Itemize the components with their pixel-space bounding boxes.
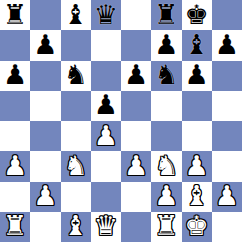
square-g6[interactable]: ♟: [182, 61, 212, 91]
square-h3[interactable]: [212, 151, 242, 181]
black-rook[interactable]: ♜: [3, 1, 27, 28]
square-d4[interactable]: ♟: [91, 121, 121, 151]
square-e5[interactable]: [121, 91, 151, 121]
square-g5[interactable]: [182, 91, 212, 121]
square-a1[interactable]: ♜: [0, 212, 30, 242]
white-pawn[interactable]: ♟: [94, 122, 118, 149]
white-queen[interactable]: ♛: [94, 212, 118, 239]
square-a6[interactable]: ♟: [0, 61, 30, 91]
square-f5[interactable]: [151, 91, 181, 121]
square-a7[interactable]: [0, 30, 30, 60]
square-h1[interactable]: [212, 212, 242, 242]
black-pawn[interactable]: ♟: [94, 91, 118, 118]
square-g7[interactable]: ♝: [182, 30, 212, 60]
white-pawn[interactable]: ♟: [185, 152, 209, 179]
white-rook[interactable]: ♜: [3, 212, 27, 239]
square-d1[interactable]: ♛: [91, 212, 121, 242]
black-knight[interactable]: ♞: [64, 61, 88, 88]
chess-board: ♜♝♛♜♚♟♟♝♟♟♞♟♞♟♟♟♟♞♟♞♟♟♟♝♟♜♝♛♜♚: [0, 0, 242, 242]
black-queen[interactable]: ♛: [94, 1, 118, 28]
square-a8[interactable]: ♜: [0, 0, 30, 30]
square-f2[interactable]: ♟: [151, 182, 181, 212]
black-rook[interactable]: ♜: [154, 1, 178, 28]
square-e3[interactable]: ♟: [121, 151, 151, 181]
black-pawn[interactable]: ♟: [124, 61, 148, 88]
square-h8[interactable]: [212, 0, 242, 30]
square-a3[interactable]: ♟: [0, 151, 30, 181]
square-f4[interactable]: [151, 121, 181, 151]
square-d7[interactable]: [91, 30, 121, 60]
square-h6[interactable]: [212, 61, 242, 91]
square-f3[interactable]: ♞: [151, 151, 181, 181]
white-rook[interactable]: ♜: [154, 212, 178, 239]
square-b8[interactable]: [30, 0, 60, 30]
square-a2[interactable]: [0, 182, 30, 212]
white-pawn[interactable]: ♟: [154, 182, 178, 209]
square-c5[interactable]: [61, 91, 91, 121]
square-b7[interactable]: ♟: [30, 30, 60, 60]
square-d6[interactable]: [91, 61, 121, 91]
square-f7[interactable]: ♟: [151, 30, 181, 60]
white-pawn[interactable]: ♟: [215, 182, 239, 209]
black-pawn[interactable]: ♟: [3, 61, 27, 88]
black-pawn[interactable]: ♟: [215, 31, 239, 58]
black-knight[interactable]: ♞: [154, 61, 178, 88]
square-h5[interactable]: [212, 91, 242, 121]
white-pawn[interactable]: ♟: [3, 152, 27, 179]
black-pawn[interactable]: ♟: [185, 61, 209, 88]
black-bishop[interactable]: ♝: [64, 1, 88, 28]
square-e7[interactable]: [121, 30, 151, 60]
square-e6[interactable]: ♟: [121, 61, 151, 91]
square-e8[interactable]: [121, 0, 151, 30]
square-f6[interactable]: ♞: [151, 61, 181, 91]
square-b3[interactable]: [30, 151, 60, 181]
black-king[interactable]: ♚: [185, 1, 209, 28]
square-b5[interactable]: [30, 91, 60, 121]
black-bishop[interactable]: ♝: [185, 31, 209, 58]
square-c6[interactable]: ♞: [61, 61, 91, 91]
black-pawn[interactable]: ♟: [154, 31, 178, 58]
square-h7[interactable]: ♟: [212, 30, 242, 60]
white-bishop[interactable]: ♝: [64, 212, 88, 239]
square-c3[interactable]: ♞: [61, 151, 91, 181]
white-king[interactable]: ♚: [185, 212, 209, 239]
square-g1[interactable]: ♚: [182, 212, 212, 242]
square-b2[interactable]: ♟: [30, 182, 60, 212]
white-pawn[interactable]: ♟: [33, 182, 57, 209]
square-b4[interactable]: [30, 121, 60, 151]
square-h2[interactable]: ♟: [212, 182, 242, 212]
square-b6[interactable]: [30, 61, 60, 91]
square-d8[interactable]: ♛: [91, 0, 121, 30]
square-h4[interactable]: [212, 121, 242, 151]
white-bishop[interactable]: ♝: [185, 182, 209, 209]
square-a4[interactable]: [0, 121, 30, 151]
square-g2[interactable]: ♝: [182, 182, 212, 212]
square-b1[interactable]: [30, 212, 60, 242]
square-d5[interactable]: ♟: [91, 91, 121, 121]
square-d2[interactable]: [91, 182, 121, 212]
square-g8[interactable]: ♚: [182, 0, 212, 30]
square-e4[interactable]: [121, 121, 151, 151]
black-pawn[interactable]: ♟: [33, 31, 57, 58]
square-c1[interactable]: ♝: [61, 212, 91, 242]
square-g4[interactable]: [182, 121, 212, 151]
square-c8[interactable]: ♝: [61, 0, 91, 30]
square-a5[interactable]: [0, 91, 30, 121]
square-e1[interactable]: [121, 212, 151, 242]
square-f8[interactable]: ♜: [151, 0, 181, 30]
white-knight[interactable]: ♞: [64, 152, 88, 179]
square-c2[interactable]: [61, 182, 91, 212]
square-c4[interactable]: [61, 121, 91, 151]
white-knight[interactable]: ♞: [154, 152, 178, 179]
square-c7[interactable]: [61, 30, 91, 60]
square-g3[interactable]: ♟: [182, 151, 212, 181]
square-d3[interactable]: [91, 151, 121, 181]
white-pawn[interactable]: ♟: [124, 152, 148, 179]
square-f1[interactable]: ♜: [151, 212, 181, 242]
square-e2[interactable]: [121, 182, 151, 212]
